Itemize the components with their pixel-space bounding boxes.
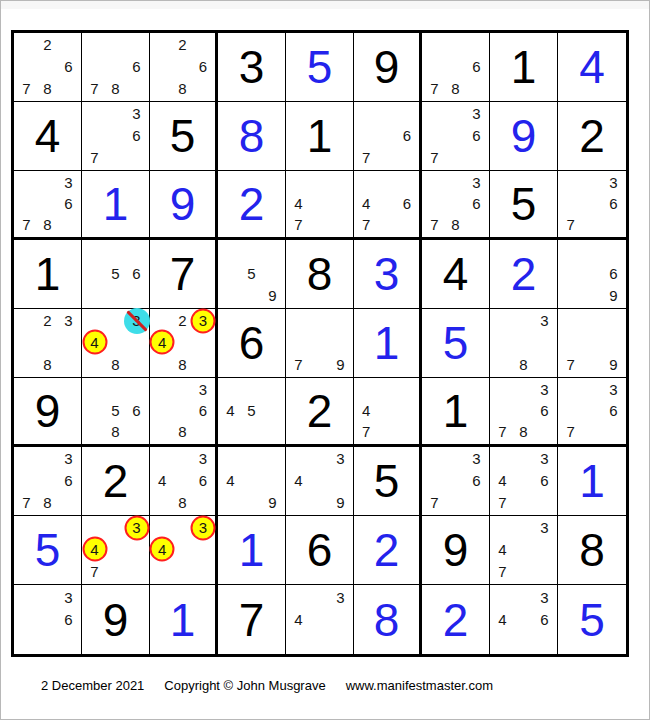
cell-r4c3: 7 — [150, 240, 218, 309]
given-digit: 1 — [422, 378, 489, 444]
candidate-slot-1 — [84, 241, 105, 263]
solved-digit: 1 — [218, 516, 285, 584]
candidate-slot-8: 8 — [445, 77, 466, 99]
candidate-slot-5 — [445, 56, 466, 78]
candidate-slot-3: 3 — [534, 586, 555, 608]
candidate-digit: 4 — [362, 403, 370, 418]
pencil-marks: 79 — [288, 310, 351, 375]
candidate-slot-9 — [58, 630, 79, 652]
candidate-slot-7: 7 — [84, 146, 105, 168]
candidate-slot-6 — [193, 332, 213, 354]
cell-r9c2: 9 — [82, 585, 150, 654]
pencil-marks: 56 — [84, 241, 147, 306]
candidate-slot-4 — [560, 263, 581, 285]
candidate-slot-1 — [492, 310, 513, 332]
candidate-slot-9 — [58, 353, 79, 375]
given-digit: 6 — [286, 516, 353, 584]
cell-r9c6: 8 — [354, 585, 422, 654]
candidate-slot-8: 8 — [37, 214, 58, 235]
candidate-slot-3 — [262, 241, 283, 263]
candidate-slot-4 — [492, 400, 513, 421]
cell-r3c3: 9 — [150, 171, 218, 240]
candidate-slot-8 — [445, 146, 466, 168]
candidate-slot-7: 7 — [16, 77, 37, 99]
candidate-slot-6 — [330, 608, 351, 630]
candidate-digit: 7 — [22, 495, 30, 510]
candidate-slot-8: 8 — [172, 77, 192, 99]
candidate-slot-8 — [309, 353, 330, 375]
cell-r1c3: 268 — [150, 33, 218, 102]
candidate-slot-1 — [152, 517, 172, 539]
cell-r3c4: 2 — [218, 171, 286, 240]
candidate-digit: 9 — [609, 357, 617, 372]
pencil-marks: 367 — [560, 172, 624, 235]
candidate-slot-2: 2 — [37, 310, 58, 332]
candidate-digit: 7 — [498, 564, 506, 579]
candidate-digit: 5 — [111, 403, 119, 418]
candidate-slot-2 — [513, 517, 534, 539]
candidate-slot-5 — [309, 332, 330, 354]
candidate-slot-8: 8 — [105, 77, 126, 99]
candidate-slot-5 — [309, 193, 330, 214]
candidate-slot-3: 3 — [126, 310, 147, 332]
pencil-marks: 367 — [84, 103, 147, 168]
cell-r8c8: 347 — [490, 516, 558, 585]
cell-r8c1: 5 — [14, 516, 82, 585]
candidate-slot-3: 3 — [58, 310, 79, 332]
candidate-digit: 3 — [199, 520, 207, 535]
candidate-slot-1 — [152, 379, 172, 400]
cell-r4c5: 8 — [286, 240, 354, 309]
candidate-slot-4 — [424, 470, 445, 492]
sudoku-grid: 2678678268359678144367581673679236781924… — [11, 30, 629, 657]
candidate-slot-2 — [376, 379, 396, 400]
candidate-slot-5 — [172, 470, 192, 492]
pencil-marks: 3678 — [492, 379, 555, 442]
candidate-slot-6: 6 — [58, 608, 79, 630]
candidate-slot-1 — [152, 448, 172, 470]
candidate-digit: 7 — [430, 495, 438, 510]
given-digit: 4 — [14, 102, 81, 170]
candidate-slot-8 — [309, 491, 330, 513]
solved-digit: 5 — [558, 585, 626, 654]
candidate-slot-1 — [424, 103, 445, 125]
candidate-slot-7: 7 — [424, 77, 445, 99]
candidate-digit: 4 — [158, 473, 166, 488]
candidate-digit: 3 — [336, 451, 344, 466]
candidate-slot-1 — [220, 379, 241, 400]
given-digit: 9 — [14, 378, 81, 444]
candidate-slot-7 — [220, 421, 241, 442]
candidate-slot-3 — [603, 241, 624, 263]
candidate-digit: 6 — [132, 128, 140, 143]
candidate-slot-8 — [309, 214, 330, 235]
candidate-slot-5 — [37, 470, 58, 492]
candidate-slot-5: 5 — [105, 263, 126, 285]
candidate-slot-6: 6 — [193, 470, 213, 492]
candidate-slot-6: 6 — [58, 470, 79, 492]
candidate-slot-5 — [445, 470, 466, 492]
candidate-slot-4: 4 — [356, 400, 376, 421]
candidate-slot-7: 7 — [356, 214, 376, 235]
candidate-slot-4: 4 — [220, 400, 241, 421]
pencil-marks: 368 — [152, 379, 213, 442]
candidate-slot-7: 7 — [16, 214, 37, 235]
candidate-slot-8 — [172, 560, 192, 582]
candidate-slot-5 — [172, 56, 192, 78]
candidate-slot-2 — [105, 34, 126, 56]
candidate-slot-9 — [126, 284, 147, 306]
candidate-slot-9 — [193, 560, 213, 582]
candidate-slot-1 — [152, 34, 172, 56]
candidate-slot-3: 3 — [534, 517, 555, 539]
candidate-digit: 7 — [362, 150, 370, 165]
candidate-slot-9 — [534, 353, 555, 375]
candidate-digit: 7 — [22, 217, 30, 232]
candidate-slot-1 — [288, 448, 309, 470]
candidate-slot-1 — [356, 379, 376, 400]
candidate-digit: 7 — [498, 424, 506, 439]
candidate-digit: 7 — [362, 217, 370, 232]
candidate-slot-8 — [37, 630, 58, 652]
cell-r7c5: 349 — [286, 447, 354, 516]
footer-copyright: Copyright © John Musgrave — [164, 678, 325, 693]
given-digit: 2 — [558, 102, 626, 170]
cell-r1c7: 678 — [422, 33, 490, 102]
pencil-marks: 69 — [560, 241, 624, 306]
candidate-slot-6 — [126, 332, 147, 354]
candidate-slot-7: 7 — [424, 214, 445, 235]
candidate-digit: 7 — [566, 424, 574, 439]
solved-digit: 2 — [422, 585, 489, 654]
candidate-slot-6: 6 — [58, 56, 79, 78]
candidate-digit: 8 — [178, 357, 186, 372]
candidate-slot-4: 4 — [288, 608, 309, 630]
candidate-slot-1 — [288, 586, 309, 608]
candidate-slot-5: 5 — [241, 400, 262, 421]
pencil-marks: 367 — [560, 379, 624, 442]
pencil-marks: 3678 — [16, 448, 79, 513]
candidate-slot-5 — [172, 539, 192, 561]
candidate-slot-6 — [603, 332, 624, 354]
candidate-slot-7 — [152, 491, 172, 513]
candidate-slot-8 — [105, 560, 126, 582]
candidate-slot-9 — [466, 491, 487, 513]
cell-r4c4: 59 — [218, 240, 286, 309]
given-digit: 3 — [218, 33, 285, 101]
candidate-digit: 3 — [472, 106, 480, 121]
candidate-slot-4: 4 — [152, 470, 172, 492]
candidate-slot-6: 6 — [466, 56, 487, 78]
cell-r4c6: 3 — [354, 240, 422, 309]
candidate-slot-6: 6 — [193, 56, 213, 78]
candidate-slot-7 — [84, 284, 105, 306]
candidate-slot-6: 6 — [193, 400, 213, 421]
candidate-slot-2 — [37, 172, 58, 193]
solved-digit: 2 — [218, 171, 285, 237]
cell-r2c7: 367 — [422, 102, 490, 171]
candidate-slot-4: 4 — [152, 539, 172, 561]
candidate-slot-7: 7 — [288, 214, 309, 235]
candidate-slot-1 — [288, 310, 309, 332]
candidate-slot-3: 3 — [603, 379, 624, 400]
candidate-digit: 3 — [199, 382, 207, 397]
candidate-digit: 8 — [111, 357, 119, 372]
candidate-slot-6: 6 — [126, 125, 147, 147]
candidate-slot-9 — [397, 146, 417, 168]
candidate-slot-3 — [126, 379, 147, 400]
given-digit: 1 — [286, 102, 353, 170]
candidate-slot-5 — [445, 193, 466, 214]
candidate-slot-7: 7 — [424, 146, 445, 168]
pencil-marks: 47 — [288, 172, 351, 235]
cell-r7c6: 5 — [354, 447, 422, 516]
candidate-slot-9 — [193, 421, 213, 442]
candidate-digit: 4 — [226, 403, 234, 418]
candidate-slot-6: 6 — [58, 193, 79, 214]
candidate-slot-1 — [356, 103, 376, 125]
candidate-digit: 3 — [540, 382, 548, 397]
candidate-slot-9: 9 — [603, 353, 624, 375]
candidate-digit: 4 — [294, 473, 302, 488]
candidate-digit: 8 — [451, 217, 459, 232]
candidate-slot-2 — [105, 241, 126, 263]
candidate-slot-9 — [466, 77, 487, 99]
candidate-digit: 3 — [540, 313, 548, 328]
candidate-slot-5 — [37, 56, 58, 78]
cell-r2c6: 67 — [354, 102, 422, 171]
cell-r1c6: 9 — [354, 33, 422, 102]
candidate-digit: 2 — [178, 37, 186, 52]
candidate-slot-1 — [492, 517, 513, 539]
candidate-digit: 7 — [430, 150, 438, 165]
candidate-slot-7 — [16, 353, 37, 375]
candidate-slot-9 — [603, 214, 624, 235]
candidate-slot-1 — [16, 34, 37, 56]
solved-digit: 8 — [218, 102, 285, 170]
candidate-slot-7 — [492, 630, 513, 652]
candidate-slot-9 — [126, 146, 147, 168]
candidate-slot-5 — [581, 193, 602, 214]
cell-r2c2: 367 — [82, 102, 150, 171]
candidate-slot-4 — [16, 193, 37, 214]
candidate-slot-5 — [105, 332, 126, 354]
candidate-slot-6: 6 — [534, 470, 555, 492]
candidate-digit: 7 — [90, 81, 98, 96]
pencil-marks: 568 — [84, 379, 147, 442]
candidate-slot-6 — [330, 193, 351, 214]
candidate-digit: 6 — [609, 196, 617, 211]
candidate-slot-3 — [397, 172, 417, 193]
candidate-slot-9 — [58, 214, 79, 235]
candidate-slot-2 — [241, 379, 262, 400]
candidate-slot-3: 3 — [126, 103, 147, 125]
candidate-slot-7 — [288, 491, 309, 513]
cell-r4c9: 69 — [558, 240, 626, 309]
cell-r7c7: 367 — [422, 447, 490, 516]
candidate-slot-5 — [445, 125, 466, 147]
candidate-slot-5 — [513, 400, 534, 421]
candidate-slot-6 — [58, 332, 79, 354]
candidate-slot-3 — [126, 34, 147, 56]
candidate-slot-1 — [16, 310, 37, 332]
candidate-slot-2 — [445, 448, 466, 470]
candidate-digit: 4 — [294, 196, 302, 211]
solved-digit: 2 — [490, 240, 557, 308]
cell-r7c3: 3468 — [150, 447, 218, 516]
candidate-slot-2 — [105, 517, 126, 539]
pencil-marks: 678 — [424, 34, 487, 99]
pencil-marks: 2678 — [16, 34, 79, 99]
candidate-digit: 7 — [294, 217, 302, 232]
candidate-slot-7: 7 — [424, 491, 445, 513]
candidate-slot-2 — [309, 172, 330, 193]
candidate-slot-6: 6 — [466, 470, 487, 492]
candidate-digit: 6 — [540, 473, 548, 488]
pencil-marks: 59 — [220, 241, 283, 306]
candidate-slot-8: 8 — [172, 353, 192, 375]
candidate-slot-6: 6 — [603, 193, 624, 214]
candidate-slot-5 — [172, 332, 192, 354]
candidate-digit: 6 — [64, 59, 72, 74]
candidate-slot-9 — [603, 421, 624, 442]
candidate-slot-8 — [241, 491, 262, 513]
candidate-slot-1 — [220, 241, 241, 263]
candidate-slot-6: 6 — [603, 400, 624, 421]
candidate-slot-2 — [581, 310, 602, 332]
candidate-digit: 8 — [178, 81, 186, 96]
candidate-slot-3: 3 — [534, 379, 555, 400]
cell-r8c2: 347 — [82, 516, 150, 585]
candidate-digit: 9 — [336, 357, 344, 372]
candidate-slot-7 — [560, 284, 581, 306]
candidate-slot-4 — [288, 332, 309, 354]
candidate-slot-1 — [16, 586, 37, 608]
cell-r1c5: 5 — [286, 33, 354, 102]
candidate-slot-3: 3 — [193, 448, 213, 470]
candidate-slot-2 — [376, 172, 396, 193]
candidate-slot-8: 8 — [37, 77, 58, 99]
candidate-digit: 3 — [64, 590, 72, 605]
candidate-digit: 3 — [199, 313, 207, 328]
candidate-slot-8 — [581, 214, 602, 235]
candidate-slot-3: 3 — [58, 448, 79, 470]
pencil-marks: 346 — [492, 586, 555, 652]
candidate-slot-5 — [581, 400, 602, 421]
candidate-slot-6 — [534, 332, 555, 354]
candidate-slot-6 — [262, 263, 283, 285]
cell-r9c9: 5 — [558, 585, 626, 654]
candidate-slot-4 — [84, 56, 105, 78]
candidate-slot-3: 3 — [330, 586, 351, 608]
candidate-slot-4 — [560, 193, 581, 214]
cell-r8c4: 1 — [218, 516, 286, 585]
candidate-slot-9 — [534, 421, 555, 442]
candidate-slot-9 — [58, 77, 79, 99]
candidate-digit: 6 — [472, 128, 480, 143]
cell-r3c9: 367 — [558, 171, 626, 240]
candidate-slot-7 — [152, 353, 172, 375]
given-digit: 2 — [286, 378, 353, 444]
cell-r1c9: 4 — [558, 33, 626, 102]
cell-r5c8: 38 — [490, 309, 558, 378]
candidate-slot-5 — [172, 400, 192, 421]
candidate-slot-4 — [84, 263, 105, 285]
candidate-digit: 8 — [519, 424, 527, 439]
candidate-slot-3 — [262, 448, 283, 470]
candidate-slot-9 — [534, 630, 555, 652]
candidate-slot-4 — [424, 125, 445, 147]
given-digit: 5 — [150, 102, 215, 170]
cell-r9c5: 34 — [286, 585, 354, 654]
cell-r6c3: 368 — [150, 378, 218, 447]
cell-r1c2: 678 — [82, 33, 150, 102]
candidate-slot-6: 6 — [397, 125, 417, 147]
cell-r6c6: 47 — [354, 378, 422, 447]
candidate-slot-3: 3 — [330, 448, 351, 470]
candidate-slot-7: 7 — [560, 421, 581, 442]
candidate-digit: 8 — [43, 81, 51, 96]
candidate-digit: 3 — [199, 451, 207, 466]
pencil-marks: 348 — [84, 310, 147, 375]
candidate-digit: 3 — [64, 451, 72, 466]
candidate-slot-6: 6 — [126, 263, 147, 285]
cell-r2c9: 2 — [558, 102, 626, 171]
candidate-slot-7: 7 — [356, 146, 376, 168]
candidate-slot-3 — [126, 241, 147, 263]
cell-r5c2: 348 — [82, 309, 150, 378]
candidate-digit: 6 — [64, 473, 72, 488]
candidate-digit: 4 — [226, 473, 234, 488]
candidate-slot-1 — [16, 448, 37, 470]
given-digit: 4 — [422, 240, 489, 308]
solved-digit: 1 — [558, 447, 626, 515]
cell-r2c3: 5 — [150, 102, 218, 171]
candidate-digit: 6 — [199, 59, 207, 74]
candidate-slot-8: 8 — [513, 353, 534, 375]
candidate-slot-8 — [376, 421, 396, 442]
candidate-slot-7 — [84, 353, 105, 375]
cell-r1c8: 1 — [490, 33, 558, 102]
pencil-marks: 347 — [84, 517, 147, 582]
candidate-slot-4 — [84, 400, 105, 421]
candidate-digit: 4 — [158, 335, 166, 350]
candidate-slot-1 — [424, 448, 445, 470]
candidate-digit: 7 — [22, 81, 30, 96]
cell-r6c1: 9 — [14, 378, 82, 447]
candidate-slot-7 — [16, 630, 37, 652]
pencil-marks: 67 — [356, 103, 417, 168]
candidate-digit: 3 — [132, 106, 140, 121]
candidate-digit: 5 — [247, 266, 255, 281]
pencil-marks: 467 — [356, 172, 417, 235]
candidate-slot-8 — [445, 491, 466, 513]
candidate-slot-2 — [513, 379, 534, 400]
candidate-digit: 8 — [111, 81, 119, 96]
pencil-marks: 3678 — [16, 172, 79, 235]
candidate-slot-1 — [424, 34, 445, 56]
candidate-slot-2 — [309, 586, 330, 608]
candidate-digit: 7 — [362, 424, 370, 439]
candidate-slot-3: 3 — [193, 379, 213, 400]
candidate-digit: 2 — [43, 37, 51, 52]
candidate-slot-2 — [309, 310, 330, 332]
candidate-slot-6 — [397, 400, 417, 421]
candidate-slot-7 — [152, 77, 172, 99]
candidate-slot-2 — [376, 103, 396, 125]
candidate-slot-7 — [152, 421, 172, 442]
candidate-slot-9 — [262, 421, 283, 442]
